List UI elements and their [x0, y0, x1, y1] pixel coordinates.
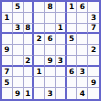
- cell-r4c8[interactable]: [77, 34, 88, 45]
- cell-r7c2[interactable]: [13, 67, 24, 78]
- cell-r4c1[interactable]: [2, 34, 13, 45]
- sudoku-board: 5816133817265922937163599134: [0, 0, 101, 101]
- cell-r1c2: 5: [13, 2, 24, 13]
- cell-r1c8: 6: [77, 2, 88, 13]
- cell-r2c8[interactable]: [77, 13, 88, 24]
- cell-r8c3[interactable]: [24, 77, 35, 88]
- cell-r7c4: 1: [34, 67, 45, 78]
- cell-r3c3: 8: [24, 24, 35, 35]
- cell-r7c1: 7: [2, 67, 13, 78]
- cell-r3c4[interactable]: [34, 24, 45, 35]
- cell-r8c1: 5: [2, 77, 13, 88]
- cell-r1c6[interactable]: [56, 2, 67, 13]
- cell-r2c2[interactable]: [13, 13, 24, 24]
- cell-r8c5[interactable]: [45, 77, 56, 88]
- cell-r7c3[interactable]: [24, 67, 35, 78]
- cell-r4c3[interactable]: [24, 34, 35, 45]
- cell-r6c8[interactable]: [77, 56, 88, 67]
- cell-r5c8[interactable]: [77, 45, 88, 56]
- cell-r2c5[interactable]: [45, 13, 56, 24]
- cell-r8c9: 9: [88, 77, 99, 88]
- cell-r6c3: 2: [24, 56, 35, 67]
- cell-r4c5: 6: [45, 34, 56, 45]
- cell-r3c6: 1: [56, 24, 67, 35]
- cell-r5c5[interactable]: [45, 45, 56, 56]
- cell-r4c6[interactable]: [56, 34, 67, 45]
- cell-r3c5[interactable]: [45, 24, 56, 35]
- cell-r4c9[interactable]: [88, 34, 99, 45]
- cell-r3c7[interactable]: [67, 24, 78, 35]
- cell-r6c6: 3: [56, 56, 67, 67]
- cell-r6c5: 9: [45, 56, 56, 67]
- cell-r9c5: 3: [45, 88, 56, 99]
- cell-r5c1: 9: [2, 45, 13, 56]
- cell-r9c8: 4: [77, 88, 88, 99]
- cell-r7c6[interactable]: [56, 67, 67, 78]
- cell-r9c3: 1: [24, 88, 35, 99]
- cell-r8c4[interactable]: [34, 77, 45, 88]
- cell-r9c2: 9: [13, 88, 24, 99]
- cell-r4c7: 5: [67, 34, 78, 45]
- cell-r1c4[interactable]: [34, 2, 45, 13]
- cell-r9c4[interactable]: [34, 88, 45, 99]
- cell-r6c4[interactable]: [34, 56, 45, 67]
- cell-r4c4: 2: [34, 34, 45, 45]
- cell-r8c7[interactable]: [67, 77, 78, 88]
- cell-r3c9: 7: [88, 24, 99, 35]
- cell-r7c8: 3: [77, 67, 88, 78]
- cell-r5c2[interactable]: [13, 45, 24, 56]
- cell-r2c4[interactable]: [34, 13, 45, 24]
- cell-r8c8[interactable]: [77, 77, 88, 88]
- cell-r2c9: 3: [88, 13, 99, 24]
- cell-r2c1: 1: [2, 13, 13, 24]
- cell-r3c8[interactable]: [77, 24, 88, 35]
- cell-r9c7[interactable]: [67, 88, 78, 99]
- cell-r5c6[interactable]: [56, 45, 67, 56]
- cell-r9c6[interactable]: [56, 88, 67, 99]
- cell-r7c7: 6: [67, 67, 78, 78]
- cell-r5c7[interactable]: [67, 45, 78, 56]
- cell-r6c1[interactable]: [2, 56, 13, 67]
- cell-r6c9[interactable]: [88, 56, 99, 67]
- cell-r1c3[interactable]: [24, 2, 35, 13]
- cell-r5c9: 2: [88, 45, 99, 56]
- cell-r9c9[interactable]: [88, 88, 99, 99]
- cell-r4c2[interactable]: [13, 34, 24, 45]
- cell-r5c3[interactable]: [24, 45, 35, 56]
- cell-r5c4[interactable]: [34, 45, 45, 56]
- cell-r6c2[interactable]: [13, 56, 24, 67]
- cell-r8c2[interactable]: [13, 77, 24, 88]
- cell-r6c7[interactable]: [67, 56, 78, 67]
- cell-r2c7[interactable]: [67, 13, 78, 24]
- cell-r3c2: 3: [13, 24, 24, 35]
- cell-r8c6[interactable]: [56, 77, 67, 88]
- cell-r1c9[interactable]: [88, 2, 99, 13]
- cell-r3c1[interactable]: [2, 24, 13, 35]
- cell-r1c7: 1: [67, 2, 78, 13]
- cell-r7c5[interactable]: [45, 67, 56, 78]
- cell-r9c1[interactable]: [2, 88, 13, 99]
- cell-r1c5: 8: [45, 2, 56, 13]
- cell-r1c1[interactable]: [2, 2, 13, 13]
- cell-r2c3[interactable]: [24, 13, 35, 24]
- cell-r2c6[interactable]: [56, 13, 67, 24]
- cell-r7c9[interactable]: [88, 67, 99, 78]
